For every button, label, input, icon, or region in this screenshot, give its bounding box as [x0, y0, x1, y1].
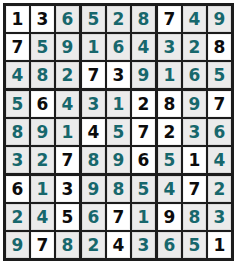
sudoku-cell-r5c7[interactable]: 2 [158, 119, 181, 145]
sudoku-cell-r8c9[interactable]: 3 [208, 204, 231, 230]
sudoku-cell-r7c1[interactable]: 6 [6, 176, 29, 202]
sudoku-cell-r6c2[interactable]: 2 [31, 147, 54, 173]
sudoku-box-9: 472983651 [158, 176, 231, 258]
sudoku-cell-r7c5[interactable]: 8 [107, 176, 130, 202]
sudoku-cell-r4c1[interactable]: 5 [6, 91, 29, 117]
sudoku-cell-r4c7[interactable]: 8 [158, 91, 181, 117]
sudoku-board: 1367594825281647397493281655648913273124… [3, 3, 234, 261]
sudoku-cell-r2c8[interactable]: 2 [183, 34, 206, 60]
sudoku-box-7: 613245978 [6, 176, 79, 258]
sudoku-cell-r2c9[interactable]: 8 [208, 34, 231, 60]
sudoku-box-4: 564891327 [6, 91, 79, 173]
sudoku-cell-r9c7[interactable]: 6 [158, 232, 181, 258]
sudoku-cell-r1c4[interactable]: 5 [82, 6, 105, 32]
sudoku-cell-r1c9[interactable]: 9 [208, 6, 231, 32]
sudoku-cell-r2c5[interactable]: 6 [107, 34, 130, 60]
sudoku-cell-r9c2[interactable]: 7 [31, 232, 54, 258]
sudoku-cell-r5c4[interactable]: 4 [82, 119, 105, 145]
sudoku-cell-r9c5[interactable]: 4 [107, 232, 130, 258]
sudoku-cell-r8c2[interactable]: 4 [31, 204, 54, 230]
sudoku-cell-r8c3[interactable]: 5 [56, 204, 79, 230]
sudoku-cell-r7c8[interactable]: 7 [183, 176, 206, 202]
sudoku-cell-r7c3[interactable]: 3 [56, 176, 79, 202]
sudoku-cell-r1c3[interactable]: 6 [56, 6, 79, 32]
sudoku-box-2: 528164739 [82, 6, 155, 88]
sudoku-cell-r6c3[interactable]: 7 [56, 147, 79, 173]
sudoku-cell-r6c8[interactable]: 1 [183, 147, 206, 173]
sudoku-cell-r9c3[interactable]: 8 [56, 232, 79, 258]
sudoku-cell-r2c7[interactable]: 3 [158, 34, 181, 60]
sudoku-cell-r6c6[interactable]: 6 [132, 147, 155, 173]
sudoku-cell-r1c8[interactable]: 4 [183, 6, 206, 32]
sudoku-box-1: 136759482 [6, 6, 79, 88]
sudoku-cell-r3c9[interactable]: 5 [208, 62, 231, 88]
sudoku-cell-r7c2[interactable]: 1 [31, 176, 54, 202]
sudoku-cell-r6c9[interactable]: 4 [208, 147, 231, 173]
sudoku-cell-r3c4[interactable]: 7 [82, 62, 105, 88]
sudoku-cell-r1c7[interactable]: 7 [158, 6, 181, 32]
sudoku-cell-r5c9[interactable]: 6 [208, 119, 231, 145]
sudoku-cell-r8c5[interactable]: 7 [107, 204, 130, 230]
sudoku-cell-r9c9[interactable]: 1 [208, 232, 231, 258]
sudoku-cell-r6c4[interactable]: 8 [82, 147, 105, 173]
sudoku-cell-r5c3[interactable]: 1 [56, 119, 79, 145]
sudoku-box-8: 985671243 [82, 176, 155, 258]
sudoku-cell-r4c3[interactable]: 4 [56, 91, 79, 117]
sudoku-cell-r6c5[interactable]: 9 [107, 147, 130, 173]
sudoku-cell-r4c5[interactable]: 1 [107, 91, 130, 117]
sudoku-cell-r8c4[interactable]: 6 [82, 204, 105, 230]
sudoku-cell-r3c5[interactable]: 3 [107, 62, 130, 88]
sudoku-box-3: 749328165 [158, 6, 231, 88]
sudoku-cell-r7c9[interactable]: 2 [208, 176, 231, 202]
sudoku-cell-r3c3[interactable]: 2 [56, 62, 79, 88]
sudoku-cell-r3c8[interactable]: 6 [183, 62, 206, 88]
sudoku-box-5: 312457896 [82, 91, 155, 173]
sudoku-cell-r8c1[interactable]: 2 [6, 204, 29, 230]
sudoku-cell-r2c1[interactable]: 7 [6, 34, 29, 60]
sudoku-cell-r3c1[interactable]: 4 [6, 62, 29, 88]
sudoku-cell-r2c4[interactable]: 1 [82, 34, 105, 60]
sudoku-cell-r5c5[interactable]: 5 [107, 119, 130, 145]
sudoku-cell-r5c2[interactable]: 9 [31, 119, 54, 145]
sudoku-cell-r4c8[interactable]: 9 [183, 91, 206, 117]
sudoku-cell-r4c9[interactable]: 7 [208, 91, 231, 117]
sudoku-cell-r6c1[interactable]: 3 [6, 147, 29, 173]
sudoku-cell-r9c8[interactable]: 5 [183, 232, 206, 258]
sudoku-cell-r4c2[interactable]: 6 [31, 91, 54, 117]
sudoku-cell-r1c1[interactable]: 1 [6, 6, 29, 32]
sudoku-cell-r5c1[interactable]: 8 [6, 119, 29, 145]
sudoku-cell-r4c6[interactable]: 2 [132, 91, 155, 117]
sudoku-cell-r7c7[interactable]: 4 [158, 176, 181, 202]
sudoku-cell-r2c6[interactable]: 4 [132, 34, 155, 60]
sudoku-box-6: 897236514 [158, 91, 231, 173]
sudoku-cell-r3c7[interactable]: 1 [158, 62, 181, 88]
sudoku-cell-r3c6[interactable]: 9 [132, 62, 155, 88]
sudoku-cell-r8c8[interactable]: 8 [183, 204, 206, 230]
sudoku-cell-r2c2[interactable]: 5 [31, 34, 54, 60]
sudoku-cell-r9c1[interactable]: 9 [6, 232, 29, 258]
sudoku-cell-r5c6[interactable]: 7 [132, 119, 155, 145]
sudoku-cell-r4c4[interactable]: 3 [82, 91, 105, 117]
sudoku-cell-r9c6[interactable]: 3 [132, 232, 155, 258]
sudoku-cell-r1c6[interactable]: 8 [132, 6, 155, 32]
sudoku-cell-r7c6[interactable]: 5 [132, 176, 155, 202]
sudoku-cell-r1c2[interactable]: 3 [31, 6, 54, 32]
sudoku-cell-r8c6[interactable]: 1 [132, 204, 155, 230]
sudoku-cell-r5c8[interactable]: 3 [183, 119, 206, 145]
sudoku-cell-r8c7[interactable]: 9 [158, 204, 181, 230]
sudoku-cell-r9c4[interactable]: 2 [82, 232, 105, 258]
sudoku-cell-r7c4[interactable]: 9 [82, 176, 105, 202]
sudoku-cell-r2c3[interactable]: 9 [56, 34, 79, 60]
sudoku-cell-r6c7[interactable]: 5 [158, 147, 181, 173]
sudoku-cell-r3c2[interactable]: 8 [31, 62, 54, 88]
sudoku-cell-r1c5[interactable]: 2 [107, 6, 130, 32]
